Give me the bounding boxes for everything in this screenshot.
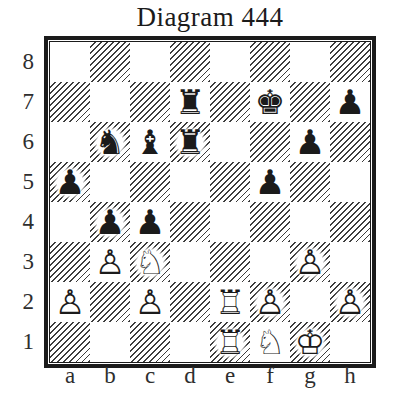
board: ♜♚♟♞♝♜♟♟♟♟♟♙♘♙♙♙♖♙♙♖♘♔ (50, 42, 370, 362)
file-label-a: a (50, 363, 90, 389)
square-f4 (250, 202, 290, 242)
white-pawn-f2: ♙ (251, 283, 289, 321)
square-e1: ♖ (210, 322, 250, 362)
square-g5 (290, 162, 330, 202)
square-b7 (90, 82, 130, 122)
square-e6 (210, 122, 250, 162)
square-e3 (210, 242, 250, 282)
white-pawn-g3: ♙ (291, 243, 329, 281)
square-d1 (170, 322, 210, 362)
square-h3 (330, 242, 370, 282)
square-e8 (210, 42, 250, 82)
board-frame: ♜♚♟♞♝♜♟♟♟♟♟♙♘♙♙♙♖♙♙♖♘♔ (44, 36, 376, 368)
square-d2 (170, 282, 210, 322)
black-king-f7: ♚ (251, 83, 289, 121)
square-c7 (130, 82, 170, 122)
square-a2: ♙ (50, 282, 90, 322)
square-h2: ♙ (330, 282, 370, 322)
square-d8 (170, 42, 210, 82)
white-rook-e2: ♖ (211, 283, 249, 321)
square-f8 (250, 42, 290, 82)
white-knight-c3: ♘ (131, 243, 169, 281)
black-rook-d7: ♜ (171, 83, 209, 121)
square-f3 (250, 242, 290, 282)
square-h6 (330, 122, 370, 162)
square-b2 (90, 282, 130, 322)
square-c3: ♘ (130, 242, 170, 282)
square-a5: ♟ (50, 162, 90, 202)
square-f2: ♙ (250, 282, 290, 322)
black-pawn-c4: ♟ (131, 203, 169, 241)
file-label-e: e (210, 363, 250, 389)
file-label-d: d (170, 363, 210, 389)
square-b5 (90, 162, 130, 202)
square-h1 (330, 322, 370, 362)
square-b4: ♟ (90, 202, 130, 242)
black-pawn-f5: ♟ (251, 163, 289, 201)
square-b3: ♙ (90, 242, 130, 282)
rank-label-8: 8 (10, 42, 34, 82)
black-pawn-a5: ♟ (51, 163, 89, 201)
white-king-g1: ♔ (291, 323, 329, 361)
square-e4 (210, 202, 250, 242)
white-pawn-c2: ♙ (131, 283, 169, 321)
square-b8 (90, 42, 130, 82)
square-e5 (210, 162, 250, 202)
rank-label-6: 6 (10, 122, 34, 162)
square-g8 (290, 42, 330, 82)
square-c2: ♙ (130, 282, 170, 322)
rank-label-7: 7 (10, 82, 34, 122)
square-c6: ♝ (130, 122, 170, 162)
white-pawn-b3: ♙ (91, 243, 129, 281)
white-pawn-h2: ♙ (331, 283, 369, 321)
square-a6 (50, 122, 90, 162)
square-g2 (290, 282, 330, 322)
square-b1 (90, 322, 130, 362)
white-knight-f1: ♘ (251, 323, 289, 361)
file-label-f: f (250, 363, 290, 389)
square-a7 (50, 82, 90, 122)
square-e7 (210, 82, 250, 122)
file-label-b: b (90, 363, 130, 389)
square-a1 (50, 322, 90, 362)
file-label-c: c (130, 363, 170, 389)
square-e2: ♖ (210, 282, 250, 322)
diagram-title: Diagram 444 (44, 2, 376, 33)
square-d4 (170, 202, 210, 242)
square-f1: ♘ (250, 322, 290, 362)
square-d6: ♜ (170, 122, 210, 162)
square-d7: ♜ (170, 82, 210, 122)
rank-label-4: 4 (10, 202, 34, 242)
file-label-g: g (290, 363, 330, 389)
square-h5 (330, 162, 370, 202)
rank-label-1: 1 (10, 322, 34, 362)
square-d5 (170, 162, 210, 202)
square-c1 (130, 322, 170, 362)
square-c8 (130, 42, 170, 82)
square-a8 (50, 42, 90, 82)
square-g6: ♟ (290, 122, 330, 162)
black-pawn-g6: ♟ (291, 123, 329, 161)
square-c4: ♟ (130, 202, 170, 242)
square-f5: ♟ (250, 162, 290, 202)
square-g4 (290, 202, 330, 242)
rank-label-5: 5 (10, 162, 34, 202)
file-labels: abcdefgh (50, 363, 370, 389)
board-inner-border: ♜♚♟♞♝♜♟♟♟♟♟♙♘♙♙♙♖♙♙♖♘♔ (49, 41, 371, 363)
square-h4 (330, 202, 370, 242)
square-g1: ♔ (290, 322, 330, 362)
black-rook-d6: ♜ (171, 123, 209, 161)
white-rook-e1: ♖ (211, 323, 249, 361)
file-label-h: h (330, 363, 370, 389)
square-h8 (330, 42, 370, 82)
rank-label-2: 2 (10, 282, 34, 322)
square-b6: ♞ (90, 122, 130, 162)
square-f6 (250, 122, 290, 162)
square-d3 (170, 242, 210, 282)
square-c5 (130, 162, 170, 202)
square-g7 (290, 82, 330, 122)
white-pawn-a2: ♙ (51, 283, 89, 321)
rank-labels: 87654321 (10, 42, 34, 362)
square-h7: ♟ (330, 82, 370, 122)
black-pawn-h7: ♟ (331, 83, 369, 121)
square-a3 (50, 242, 90, 282)
square-f7: ♚ (250, 82, 290, 122)
black-bishop-c6: ♝ (131, 123, 169, 161)
black-pawn-b4: ♟ (91, 203, 129, 241)
black-knight-b6: ♞ (91, 123, 129, 161)
rank-label-3: 3 (10, 242, 34, 282)
square-g3: ♙ (290, 242, 330, 282)
square-a4 (50, 202, 90, 242)
